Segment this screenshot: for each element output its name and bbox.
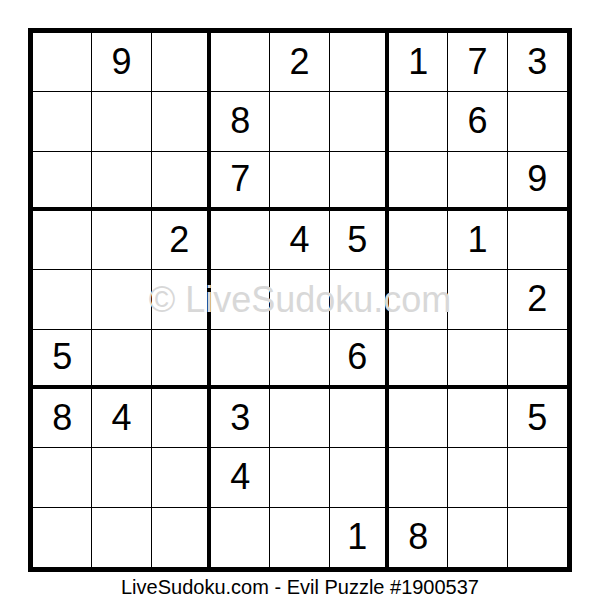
cell-r1c4[interactable]	[211, 33, 270, 92]
cell-r5c6[interactable]	[330, 270, 389, 329]
cell-r4c6[interactable]: 5	[330, 211, 389, 270]
cell-r2c6[interactable]	[330, 92, 389, 151]
cell-r3c6[interactable]	[330, 152, 389, 211]
cell-r2c3[interactable]	[152, 92, 211, 151]
cell-r1c2[interactable]: 9	[92, 33, 151, 92]
cell-r6c2[interactable]	[92, 330, 151, 389]
cell-r6c4[interactable]	[211, 330, 270, 389]
cell-r9c3[interactable]	[152, 508, 211, 567]
cell-r9c8[interactable]	[448, 508, 507, 567]
cell-r3c3[interactable]	[152, 152, 211, 211]
cell-r5c4[interactable]	[211, 270, 270, 329]
cell-r5c9[interactable]: 2	[508, 270, 567, 329]
cell-r2c2[interactable]	[92, 92, 151, 151]
cell-r3c1[interactable]	[33, 152, 92, 211]
cell-r1c9[interactable]: 3	[508, 33, 567, 92]
cell-r2c5[interactable]	[270, 92, 329, 151]
cell-r9c4[interactable]	[211, 508, 270, 567]
cell-r4c7[interactable]	[389, 211, 448, 270]
cell-r7c4[interactable]: 3	[211, 389, 270, 448]
cell-r6c8[interactable]	[448, 330, 507, 389]
cell-r8c2[interactable]	[92, 448, 151, 507]
cell-r3c9[interactable]: 9	[508, 152, 567, 211]
cell-r5c8[interactable]	[448, 270, 507, 329]
cell-r9c6[interactable]: 1	[330, 508, 389, 567]
cell-r7c6[interactable]	[330, 389, 389, 448]
cell-r7c5[interactable]	[270, 389, 329, 448]
cell-r6c7[interactable]	[389, 330, 448, 389]
cell-r2c1[interactable]	[33, 92, 92, 151]
cell-r6c9[interactable]	[508, 330, 567, 389]
cell-r8c1[interactable]	[33, 448, 92, 507]
cell-r1c7[interactable]: 1	[389, 33, 448, 92]
puzzle-caption: LiveSudoku.com - Evil Puzzle #1900537	[0, 576, 600, 599]
cell-r7c1[interactable]: 8	[33, 389, 92, 448]
cell-r7c2[interactable]: 4	[92, 389, 151, 448]
cell-r9c2[interactable]	[92, 508, 151, 567]
cell-r5c2[interactable]	[92, 270, 151, 329]
cell-r9c5[interactable]	[270, 508, 329, 567]
cell-r1c6[interactable]	[330, 33, 389, 92]
cell-r8c3[interactable]	[152, 448, 211, 507]
cell-r4c1[interactable]	[33, 211, 92, 270]
cell-r3c4[interactable]: 7	[211, 152, 270, 211]
cell-r1c5[interactable]: 2	[270, 33, 329, 92]
cell-r6c5[interactable]	[270, 330, 329, 389]
cell-r9c9[interactable]	[508, 508, 567, 567]
cell-r7c3[interactable]	[152, 389, 211, 448]
cell-r2c4[interactable]: 8	[211, 92, 270, 151]
cell-r8c5[interactable]	[270, 448, 329, 507]
cell-r7c7[interactable]	[389, 389, 448, 448]
cell-r2c7[interactable]	[389, 92, 448, 151]
cell-r9c7[interactable]: 8	[389, 508, 448, 567]
cell-r2c8[interactable]: 6	[448, 92, 507, 151]
cell-r3c7[interactable]	[389, 152, 448, 211]
sudoku-board: 92173867924512568435418	[28, 28, 572, 572]
cell-r4c4[interactable]	[211, 211, 270, 270]
cell-r9c1[interactable]	[33, 508, 92, 567]
cell-r3c5[interactable]	[270, 152, 329, 211]
cell-r8c9[interactable]	[508, 448, 567, 507]
cell-r6c3[interactable]	[152, 330, 211, 389]
cell-r3c2[interactable]	[92, 152, 151, 211]
cell-r6c6[interactable]: 6	[330, 330, 389, 389]
cell-r4c3[interactable]: 2	[152, 211, 211, 270]
cell-r8c4[interactable]: 4	[211, 448, 270, 507]
cell-r5c1[interactable]	[33, 270, 92, 329]
cell-r2c9[interactable]	[508, 92, 567, 151]
cell-r1c1[interactable]	[33, 33, 92, 92]
cell-r7c8[interactable]	[448, 389, 507, 448]
cell-r6c1[interactable]: 5	[33, 330, 92, 389]
cell-r4c2[interactable]	[92, 211, 151, 270]
cell-r8c8[interactable]	[448, 448, 507, 507]
cell-r1c3[interactable]	[152, 33, 211, 92]
cell-r5c3[interactable]	[152, 270, 211, 329]
sudoku-page: 92173867924512568435418 © LiveSudoku.com…	[0, 0, 600, 615]
cell-r5c5[interactable]	[270, 270, 329, 329]
cell-r7c9[interactable]: 5	[508, 389, 567, 448]
cell-r5c7[interactable]	[389, 270, 448, 329]
cell-r8c7[interactable]	[389, 448, 448, 507]
cell-r1c8[interactable]: 7	[448, 33, 507, 92]
cell-r3c8[interactable]	[448, 152, 507, 211]
cell-r4c9[interactable]	[508, 211, 567, 270]
cell-r8c6[interactable]	[330, 448, 389, 507]
cell-r4c5[interactable]: 4	[270, 211, 329, 270]
cell-r4c8[interactable]: 1	[448, 211, 507, 270]
